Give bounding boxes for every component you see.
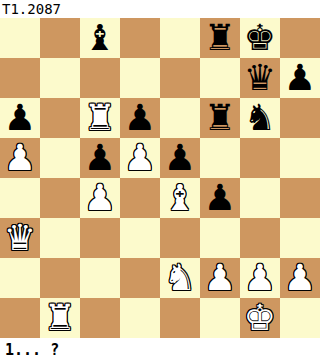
square-a8[interactable] <box>0 18 40 58</box>
piece-black-pawn: ♟ <box>204 178 236 218</box>
square-h3[interactable] <box>280 218 320 258</box>
chess-board: ♝♜♚♛♟♟♜♟♜♞♟♟♟♟♟♝♟♛♞♟♟♟♜♚ <box>0 18 320 338</box>
square-h6[interactable] <box>280 98 320 138</box>
square-f3[interactable] <box>200 218 240 258</box>
square-d7[interactable] <box>120 58 160 98</box>
piece-black-queen: ♛ <box>244 58 276 98</box>
piece-white-king: ♚ <box>244 298 276 338</box>
piece-white-pawn: ♟ <box>84 178 116 218</box>
square-g3[interactable] <box>240 218 280 258</box>
square-c5[interactable]: ♟ <box>80 138 120 178</box>
square-g2[interactable]: ♟ <box>240 258 280 298</box>
square-a5[interactable]: ♟ <box>0 138 40 178</box>
square-g1[interactable]: ♚ <box>240 298 280 338</box>
square-c6[interactable]: ♜ <box>80 98 120 138</box>
piece-white-pawn: ♟ <box>4 138 36 178</box>
square-e7[interactable] <box>160 58 200 98</box>
square-c7[interactable] <box>80 58 120 98</box>
square-a3[interactable]: ♛ <box>0 218 40 258</box>
piece-black-pawn: ♟ <box>124 98 156 138</box>
square-b5[interactable] <box>40 138 80 178</box>
square-e3[interactable] <box>160 218 200 258</box>
piece-white-pawn: ♟ <box>124 138 156 178</box>
piece-white-queen: ♛ <box>4 218 36 258</box>
square-a1[interactable] <box>0 298 40 338</box>
square-d5[interactable]: ♟ <box>120 138 160 178</box>
square-f7[interactable] <box>200 58 240 98</box>
square-f8[interactable]: ♜ <box>200 18 240 58</box>
square-d2[interactable] <box>120 258 160 298</box>
piece-black-king: ♚ <box>244 18 276 58</box>
square-g7[interactable]: ♛ <box>240 58 280 98</box>
square-h5[interactable] <box>280 138 320 178</box>
square-e2[interactable]: ♞ <box>160 258 200 298</box>
square-g6[interactable]: ♞ <box>240 98 280 138</box>
piece-black-knight: ♞ <box>244 98 276 138</box>
piece-black-rook: ♜ <box>204 98 236 138</box>
square-b7[interactable] <box>40 58 80 98</box>
square-a7[interactable] <box>0 58 40 98</box>
piece-white-rook: ♜ <box>84 98 116 138</box>
square-d8[interactable] <box>120 18 160 58</box>
square-e8[interactable] <box>160 18 200 58</box>
piece-black-pawn: ♟ <box>164 138 196 178</box>
square-b8[interactable] <box>40 18 80 58</box>
square-a4[interactable] <box>0 178 40 218</box>
piece-white-bishop: ♝ <box>164 178 196 218</box>
piece-white-pawn: ♟ <box>244 258 276 298</box>
square-c2[interactable] <box>80 258 120 298</box>
square-a6[interactable]: ♟ <box>0 98 40 138</box>
square-d4[interactable] <box>120 178 160 218</box>
square-g5[interactable] <box>240 138 280 178</box>
square-h4[interactable] <box>280 178 320 218</box>
square-f1[interactable] <box>200 298 240 338</box>
piece-black-bishop: ♝ <box>84 18 116 58</box>
piece-white-pawn: ♟ <box>284 258 316 298</box>
square-g4[interactable] <box>240 178 280 218</box>
square-d1[interactable] <box>120 298 160 338</box>
square-f4[interactable]: ♟ <box>200 178 240 218</box>
square-h7[interactable]: ♟ <box>280 58 320 98</box>
piece-black-pawn: ♟ <box>4 98 36 138</box>
square-b3[interactable] <box>40 218 80 258</box>
square-c1[interactable] <box>80 298 120 338</box>
square-c3[interactable] <box>80 218 120 258</box>
square-c8[interactable]: ♝ <box>80 18 120 58</box>
move-prompt: 1... ? <box>0 338 320 359</box>
square-f2[interactable]: ♟ <box>200 258 240 298</box>
square-a2[interactable] <box>0 258 40 298</box>
puzzle-id: T1.2087 <box>0 0 320 18</box>
square-g8[interactable]: ♚ <box>240 18 280 58</box>
piece-black-pawn: ♟ <box>84 138 116 178</box>
square-b6[interactable] <box>40 98 80 138</box>
square-b1[interactable]: ♜ <box>40 298 80 338</box>
square-b2[interactable] <box>40 258 80 298</box>
square-d3[interactable] <box>120 218 160 258</box>
square-b4[interactable] <box>40 178 80 218</box>
square-e4[interactable]: ♝ <box>160 178 200 218</box>
square-f6[interactable]: ♜ <box>200 98 240 138</box>
square-c4[interactable]: ♟ <box>80 178 120 218</box>
piece-white-rook: ♜ <box>44 298 76 338</box>
square-h2[interactable]: ♟ <box>280 258 320 298</box>
piece-black-pawn: ♟ <box>284 58 316 98</box>
square-h1[interactable] <box>280 298 320 338</box>
piece-white-knight: ♞ <box>164 258 196 298</box>
square-e6[interactable] <box>160 98 200 138</box>
piece-white-pawn: ♟ <box>204 258 236 298</box>
square-e5[interactable]: ♟ <box>160 138 200 178</box>
piece-black-rook: ♜ <box>204 18 236 58</box>
square-h8[interactable] <box>280 18 320 58</box>
square-f5[interactable] <box>200 138 240 178</box>
square-e1[interactable] <box>160 298 200 338</box>
square-d6[interactable]: ♟ <box>120 98 160 138</box>
